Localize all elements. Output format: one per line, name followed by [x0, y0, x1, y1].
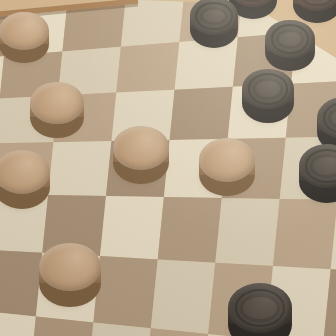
checker-piece-dark[interactable]: [228, 283, 291, 336]
checker-piece-light[interactable]: [0, 150, 50, 209]
checkers-board-photo: [0, 0, 336, 336]
board-square-light: [100, 196, 164, 260]
piece-top-face: [0, 12, 49, 51]
board-square-dark: [170, 87, 233, 140]
checker-piece-dark[interactable]: [242, 69, 294, 124]
checker-piece-light[interactable]: [199, 138, 255, 196]
board-square-light: [151, 259, 216, 334]
engraved-rings: [195, 2, 233, 31]
engraved-rings: [234, 0, 271, 2]
piece-top-face: [199, 138, 255, 182]
piece-top-face: [30, 82, 83, 123]
piece-top-face: [113, 126, 168, 169]
engraved-rings: [248, 73, 289, 104]
piece-top-face: [39, 243, 100, 291]
checker-piece-light[interactable]: [0, 12, 49, 64]
piece-top-face: [228, 283, 291, 332]
checker-piece-dark[interactable]: [190, 0, 239, 48]
checker-piece-light[interactable]: [113, 126, 168, 184]
checker-piece-dark[interactable]: [265, 20, 315, 72]
engraved-rings: [305, 149, 336, 182]
engraved-rings: [271, 24, 310, 54]
engraved-rings: [235, 289, 284, 327]
board-square-dark: [116, 42, 179, 93]
board-square-light: [215, 198, 279, 266]
engraved-rings: [323, 102, 336, 134]
checker-piece-dark[interactable]: [299, 144, 336, 203]
board-square-light: [48, 141, 111, 196]
engraved-rings: [298, 0, 335, 6]
checker-piece-light[interactable]: [30, 82, 83, 137]
piece-top-face: [265, 20, 315, 59]
board-square-dark: [158, 197, 222, 263]
checker-piece-light[interactable]: [39, 243, 100, 307]
